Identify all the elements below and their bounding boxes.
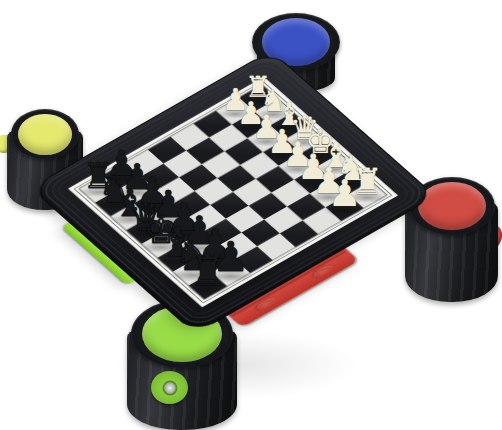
pieces-layer: ♜♞♝♛♚♝♞♜♟♟♟♟♟♟♟♟♟♟♟♟♟♟♟♟♜♞♝♛♚♝♞♜ [0, 0, 502, 430]
black-rook-h8[interactable]: ♜ [189, 250, 227, 292]
white-pawn-h2[interactable]: ♟ [328, 176, 361, 213]
scene: ♜♞♝♛♚♝♞♜♟♟♟♟♟♟♟♟♟♟♟♟♟♟♟♟♜♞♝♛♚♝♞♜ [0, 0, 502, 430]
